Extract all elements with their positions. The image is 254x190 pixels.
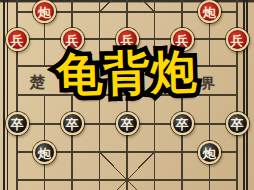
piece-red-soldier[interactable]: 兵 xyxy=(171,28,194,51)
piece-glyph: 卒 xyxy=(176,118,189,131)
xiangqi-board-frame: 楚 界 炮炮兵兵兵兵兵卒卒卒卒卒炮炮 龟背炮 龟背炮 xyxy=(0,0,254,190)
piece-glyph: 卒 xyxy=(66,118,79,131)
piece-glyph: 炮 xyxy=(38,6,51,19)
piece-red-soldier[interactable]: 兵 xyxy=(116,28,139,51)
piece-black-soldier[interactable]: 卒 xyxy=(226,112,249,135)
piece-glyph: 炮 xyxy=(38,146,51,159)
piece-black-cannon[interactable]: 炮 xyxy=(198,141,221,164)
piece-glyph: 卒 xyxy=(121,118,134,131)
piece-red-soldier[interactable]: 兵 xyxy=(6,28,29,51)
piece-glyph: 兵 xyxy=(121,33,134,46)
piece-glyph: 兵 xyxy=(11,33,24,46)
piece-red-cannon[interactable]: 炮 xyxy=(198,0,221,23)
piece-glyph: 炮 xyxy=(203,6,216,19)
piece-black-soldier[interactable]: 卒 xyxy=(61,112,84,135)
piece-glyph: 卒 xyxy=(231,118,244,131)
piece-black-soldier[interactable]: 卒 xyxy=(116,112,139,135)
piece-red-cannon[interactable]: 炮 xyxy=(33,0,56,23)
piece-glyph: 兵 xyxy=(176,33,189,46)
piece-glyph: 炮 xyxy=(203,146,216,159)
piece-glyph: 兵 xyxy=(66,33,79,46)
piece-black-cannon[interactable]: 炮 xyxy=(33,141,56,164)
board-grid: 炮炮兵兵兵兵兵卒卒卒卒卒炮炮 xyxy=(3,0,251,190)
piece-glyph: 卒 xyxy=(11,118,24,131)
piece-black-soldier[interactable]: 卒 xyxy=(171,112,194,135)
piece-glyph: 兵 xyxy=(231,33,244,46)
piece-red-soldier[interactable]: 兵 xyxy=(61,28,84,51)
piece-red-soldier[interactable]: 兵 xyxy=(226,28,249,51)
piece-black-soldier[interactable]: 卒 xyxy=(6,112,29,135)
